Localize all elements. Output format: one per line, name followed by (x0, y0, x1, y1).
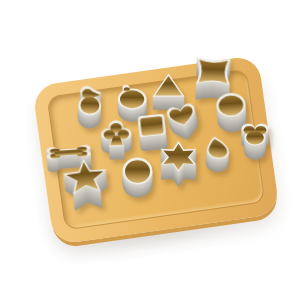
cookie-cutters-group (0, 0, 300, 300)
cookie-cutter-heart (164, 100, 204, 145)
product-photo (0, 0, 300, 300)
cookie-cutter-trefoil-flower (238, 122, 272, 162)
cookie-cutter-six-point-star (157, 140, 200, 187)
cookie-cutter-five-point-star (59, 155, 112, 215)
cookie-cutter-teardrop (200, 135, 234, 175)
cookie-cutter-circle (121, 156, 154, 199)
